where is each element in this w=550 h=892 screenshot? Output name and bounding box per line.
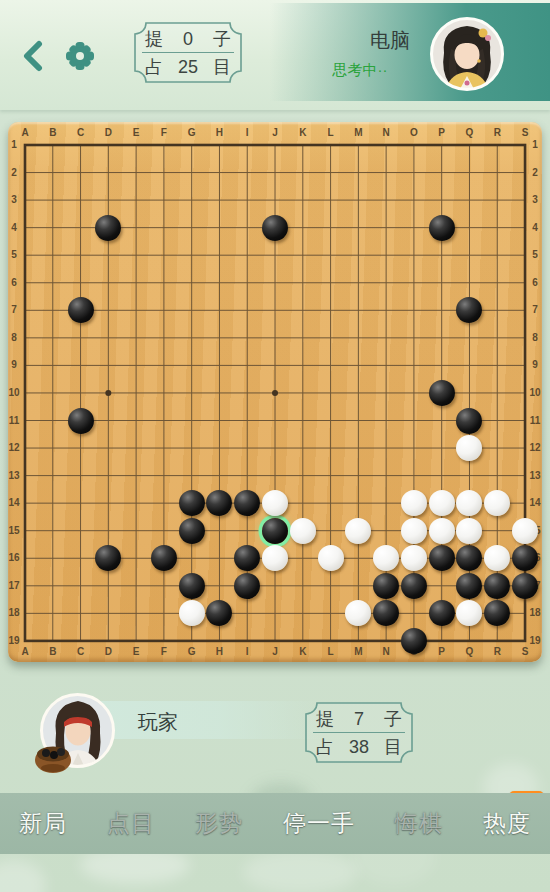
row-label-left-3: 3 (11, 195, 17, 205)
capture-verb: 提 (316, 707, 334, 731)
row-label-right-19: 19 (529, 636, 540, 646)
col-label-top-E: E (133, 128, 140, 138)
stone-black-C11 (68, 408, 94, 434)
nav-item-点目[interactable]: 点目 (107, 808, 155, 839)
territory-unit: 目 (213, 55, 231, 79)
col-label-bottom-P: P (438, 647, 445, 657)
col-label-top-A: A (21, 128, 28, 138)
col-label-top-F: F (161, 128, 167, 138)
opponent-score-box: 提 0 子 占 25 目 (133, 21, 243, 84)
row-label-right-7: 7 (532, 305, 538, 315)
stone-black-G14 (179, 490, 205, 516)
territory-unit: 目 (384, 735, 402, 759)
stone-white-M15 (345, 518, 371, 544)
col-label-bottom-G: G (188, 647, 196, 657)
stone-black-Q11 (456, 408, 482, 434)
bg-blob (0, 860, 46, 892)
stone-white-K15 (290, 518, 316, 544)
row-label-right-12: 12 (529, 443, 540, 453)
nav-item-形势[interactable]: 形势 (195, 808, 243, 839)
col-label-top-S: S (522, 128, 529, 138)
col-label-top-I: I (246, 128, 249, 138)
bottom-nav: 新局点目形势停一手悔棋热度 (0, 793, 550, 854)
opponent-name: 电脑 (350, 27, 430, 54)
row-label-left-10: 10 (8, 388, 19, 398)
col-label-top-P: P (438, 128, 445, 138)
col-label-bottom-M: M (354, 647, 362, 657)
row-label-left-14: 14 (8, 498, 19, 508)
col-label-bottom-Q: Q (466, 647, 474, 657)
capture-unit: 子 (384, 707, 402, 731)
nav-item-热度[interactable]: 热度 (483, 808, 531, 839)
row-label-right-6: 6 (532, 278, 538, 288)
go-board[interactable]: AABBCCDDEEFFGGHHIIJJKKLLMMNNOOPPQQRRSS11… (8, 122, 542, 662)
col-label-top-O: O (410, 128, 418, 138)
row-label-right-10: 10 (529, 388, 540, 398)
stone-white-L16 (318, 545, 344, 571)
stone-black-I17 (234, 573, 260, 599)
opponent-avatar (430, 17, 504, 91)
player-score-box: 提 7 子 占 38 目 (304, 701, 414, 764)
col-label-bottom-C: C (77, 647, 84, 657)
row-label-right-9: 9 (532, 360, 538, 370)
col-label-bottom-J: J (272, 647, 278, 657)
row-label-right-11: 11 (530, 416, 541, 426)
col-label-top-H: H (216, 128, 223, 138)
territory-count: 25 (178, 57, 198, 78)
territory-verb: 占 (316, 735, 334, 759)
col-label-bottom-R: R (494, 647, 501, 657)
row-label-right-4: 4 (532, 223, 538, 233)
opponent-status: 思考中·· (318, 61, 402, 80)
row-label-right-18: 18 (529, 608, 540, 618)
top-bar: 提 0 子 占 25 目 电脑 思考中·· (0, 0, 550, 110)
territory-count: 38 (349, 737, 369, 758)
col-label-top-D: D (105, 128, 112, 138)
row-label-right-14: 14 (529, 498, 540, 508)
row-label-right-8: 8 (532, 333, 538, 343)
row-label-left-16: 16 (8, 553, 19, 563)
stone-black-O19 (401, 628, 427, 654)
col-label-top-J: J (272, 128, 278, 138)
row-label-left-13: 13 (8, 471, 19, 481)
col-label-bottom-F: F (161, 647, 167, 657)
stone-white-P15 (429, 518, 455, 544)
col-label-top-N: N (383, 128, 390, 138)
capture-count: 7 (354, 709, 364, 730)
row-label-right-2: 2 (532, 168, 538, 178)
row-label-left-18: 18 (8, 608, 19, 618)
nav-item-悔棋[interactable]: 悔棋 (395, 808, 443, 839)
stone-black-F16 (151, 545, 177, 571)
stone-black-P16 (429, 545, 455, 571)
stone-white-O14 (401, 490, 427, 516)
row-label-right-5: 5 (532, 250, 538, 260)
row-label-left-12: 12 (8, 443, 19, 453)
col-label-bottom-B: B (49, 647, 56, 657)
stone-black-G17 (179, 573, 205, 599)
row-label-right-13: 13 (529, 471, 540, 481)
row-label-right-3: 3 (532, 195, 538, 205)
row-label-left-17: 17 (8, 581, 19, 591)
stone-white-O15 (401, 518, 427, 544)
row-label-left-4: 4 (11, 223, 17, 233)
col-label-bottom-H: H (216, 647, 223, 657)
row-label-left-11: 11 (9, 416, 20, 426)
col-label-bottom-L: L (328, 647, 334, 657)
stone-white-S15 (512, 518, 538, 544)
stone-black-O17 (401, 573, 427, 599)
col-label-bottom-K: K (299, 647, 306, 657)
nav-item-停一手[interactable]: 停一手 (283, 808, 355, 839)
col-label-bottom-E: E (133, 647, 140, 657)
player-name-band (92, 701, 322, 739)
stone-black-R17 (484, 573, 510, 599)
stone-black-C7 (68, 297, 94, 323)
stone-black-J15 (262, 518, 288, 544)
row-label-left-1: 1 (11, 140, 17, 150)
col-label-top-G: G (188, 128, 196, 138)
row-label-left-5: 5 (11, 250, 17, 260)
col-label-top-Q: Q (466, 128, 474, 138)
col-label-bottom-D: D (105, 647, 112, 657)
row-label-left-2: 2 (11, 168, 17, 178)
stone-white-Q15 (456, 518, 482, 544)
col-label-top-M: M (354, 128, 362, 138)
stone-bowl-icon (33, 740, 73, 774)
territory-verb: 占 (145, 55, 163, 79)
bg-blob (243, 850, 358, 892)
stone-black-G15 (179, 518, 205, 544)
stone-black-J4 (262, 215, 288, 241)
stone-black-D4 (95, 215, 121, 241)
col-label-bottom-N: N (383, 647, 390, 657)
settings-gear-icon[interactable] (62, 38, 98, 74)
row-label-left-6: 6 (11, 278, 17, 288)
stone-white-J14 (262, 490, 288, 516)
stone-black-N17 (373, 573, 399, 599)
row-label-left-8: 8 (11, 333, 17, 343)
stone-white-O16 (401, 545, 427, 571)
col-label-top-L: L (328, 128, 334, 138)
col-label-top-R: R (494, 128, 501, 138)
row-label-left-19: 19 (8, 636, 19, 646)
stone-white-G18 (179, 600, 205, 626)
col-label-bottom-I: I (246, 647, 249, 657)
nav-item-新局[interactable]: 新局 (19, 808, 67, 839)
col-label-top-K: K (299, 128, 306, 138)
stone-black-P4 (429, 215, 455, 241)
capture-unit: 子 (213, 27, 231, 51)
col-label-bottom-S: S (522, 647, 529, 657)
back-icon[interactable] (20, 40, 46, 72)
row-label-left-9: 9 (11, 360, 17, 370)
row-label-left-15: 15 (8, 526, 19, 536)
capture-verb: 提 (145, 27, 163, 51)
row-label-right-1: 1 (532, 140, 538, 150)
player-name: 玩家 (138, 709, 178, 736)
col-label-top-C: C (77, 128, 84, 138)
stone-black-P10 (429, 380, 455, 406)
go-app-screen: 提 0 子 占 25 目 电脑 思考中·· (0, 0, 550, 892)
capture-count: 0 (183, 29, 193, 50)
stone-black-P18 (429, 600, 455, 626)
stone-black-S17 (512, 573, 538, 599)
stone-white-P14 (429, 490, 455, 516)
col-label-bottom-A: A (21, 647, 28, 657)
row-label-left-7: 7 (11, 305, 17, 315)
col-label-top-B: B (49, 128, 56, 138)
